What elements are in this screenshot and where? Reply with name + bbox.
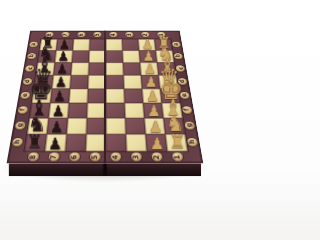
file-label-text: g bbox=[185, 123, 194, 127]
square-c4[interactable] bbox=[106, 63, 124, 76]
square-h3[interactable] bbox=[126, 134, 147, 151]
square-c3[interactable] bbox=[123, 63, 141, 76]
rank-label-text: 6 bbox=[77, 33, 84, 36]
file-label-text: a bbox=[172, 43, 180, 46]
rank-label-text: 3 bbox=[125, 33, 132, 36]
file-label-text: g bbox=[16, 123, 25, 127]
white-pawn-e2[interactable]: ♟ bbox=[146, 89, 159, 103]
square-e4[interactable] bbox=[106, 89, 125, 103]
square-h4[interactable] bbox=[106, 134, 126, 151]
square-a6[interactable] bbox=[73, 39, 90, 50]
white-pawn-g2[interactable]: ♟ bbox=[149, 119, 163, 134]
rank-label-text: 5 bbox=[93, 33, 100, 36]
file-label-text: b bbox=[28, 54, 36, 57]
square-e6[interactable] bbox=[69, 89, 88, 103]
file-label-text: b bbox=[174, 54, 182, 57]
rank-label-text: 7 bbox=[61, 33, 68, 36]
rank-label-text: 6 bbox=[69, 155, 78, 160]
chessboard-scene: 87654321 87654321 abcdefgh abcdefgh ♜♟♟♜… bbox=[20, 3, 190, 173]
square-h8[interactable]: ♜ bbox=[25, 134, 47, 151]
rank-label-text: 1 bbox=[157, 33, 164, 36]
file-label-medallion-h: h bbox=[187, 137, 198, 146]
square-f7[interactable]: ♟ bbox=[49, 103, 69, 118]
square-f2[interactable]: ♟ bbox=[143, 103, 163, 118]
black-pawn-e7[interactable]: ♟ bbox=[53, 89, 66, 103]
rank-label-medallion-5: 5 bbox=[93, 32, 101, 37]
file-label-text: f bbox=[19, 108, 28, 110]
file-label-medallion-f: f bbox=[18, 106, 29, 114]
rank-label-text: 2 bbox=[152, 155, 162, 160]
square-f3[interactable] bbox=[125, 103, 145, 118]
file-label-text: h bbox=[188, 140, 198, 144]
rank-label-text: 7 bbox=[49, 155, 59, 160]
rank-label-medallion-6: 6 bbox=[77, 32, 85, 37]
file-label-medallion-a: a bbox=[29, 41, 38, 47]
board-front-edge bbox=[9, 163, 201, 176]
square-e7[interactable]: ♟ bbox=[50, 89, 70, 103]
square-a4[interactable] bbox=[106, 39, 123, 50]
rank-label-text: 4 bbox=[111, 155, 120, 160]
square-c6[interactable] bbox=[71, 63, 89, 76]
black-rook-h8[interactable]: ♜ bbox=[27, 133, 43, 151]
file-label-cell: h bbox=[11, 133, 24, 150]
square-h7[interactable]: ♟ bbox=[45, 134, 67, 151]
file-label-cell: a bbox=[29, 39, 39, 50]
square-b6[interactable] bbox=[72, 51, 89, 63]
rank-label-cell: 5 bbox=[89, 32, 105, 37]
square-h6[interactable] bbox=[65, 134, 86, 151]
hinge-seam bbox=[104, 31, 106, 164]
white-pawn-f2[interactable]: ♟ bbox=[147, 103, 160, 118]
black-pawn-h7[interactable]: ♟ bbox=[48, 135, 62, 151]
square-h1[interactable]: ♜ bbox=[165, 134, 187, 151]
square-e3[interactable] bbox=[124, 89, 143, 103]
file-label-text: h bbox=[13, 140, 23, 144]
black-pawn-g7[interactable]: ♟ bbox=[50, 119, 64, 134]
rank-label-cell: 6 bbox=[73, 32, 89, 37]
rank-label-text: 8 bbox=[28, 155, 38, 160]
rank-label-text: 2 bbox=[141, 33, 148, 36]
file-label-medallion-h: h bbox=[12, 137, 23, 146]
play-area: ♜♟♟♜♞♟♟♞♝♟♟♝♛♟♟♛♚♟♟♚♝♟♟♝♞♟♟♞♜♟♟♜ bbox=[23, 39, 189, 153]
rank-label-cell: 4 bbox=[105, 32, 121, 37]
rank-label-text: 5 bbox=[90, 155, 99, 160]
rank-label-text: 3 bbox=[131, 155, 140, 160]
rank-label-text: 1 bbox=[172, 155, 182, 160]
white-rook-h1[interactable]: ♜ bbox=[169, 133, 185, 151]
rank-label-text: 4 bbox=[109, 33, 116, 36]
square-h2[interactable]: ♟ bbox=[146, 134, 168, 151]
rank-label-cell: 3 bbox=[121, 32, 137, 37]
square-b3[interactable] bbox=[123, 51, 141, 63]
rank-label-medallion-3: 3 bbox=[125, 32, 133, 37]
rank-label-text: 8 bbox=[45, 33, 52, 36]
square-f4[interactable] bbox=[106, 103, 125, 118]
square-b4[interactable] bbox=[106, 51, 123, 63]
square-f6[interactable] bbox=[68, 103, 88, 118]
rank-label-medallion-4: 4 bbox=[109, 32, 117, 37]
chessboard: 87654321 87654321 abcdefgh abcdefgh ♜♟♟♜… bbox=[7, 31, 204, 164]
black-pawn-f7[interactable]: ♟ bbox=[52, 103, 65, 118]
photo-background: 87654321 87654321 abcdefgh abcdefgh ♜♟♟♜… bbox=[0, 0, 210, 210]
file-label-text: a bbox=[30, 43, 38, 46]
white-pawn-h2[interactable]: ♟ bbox=[150, 135, 164, 151]
square-a3[interactable] bbox=[122, 39, 139, 50]
